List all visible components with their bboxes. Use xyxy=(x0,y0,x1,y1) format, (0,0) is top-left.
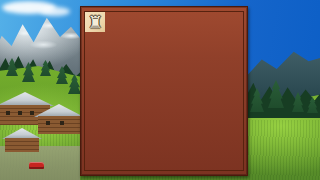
white-rook-h1[interactable]: ♜ xyxy=(87,12,102,32)
cloud xyxy=(40,7,70,16)
thumbnail-scene: ♜♝♚♝♜♟♟♟♟♟♟♞♟♞♟♟♟♛♝♝♞♟♟♟♟♟♟♜♞♛♚♜ xyxy=(0,0,320,180)
square-h1[interactable]: ♜ xyxy=(85,12,105,32)
chalet-wall xyxy=(5,138,39,152)
chalet-window xyxy=(30,111,34,115)
red-car xyxy=(29,162,44,169)
chalet-window xyxy=(60,121,64,125)
chalet-wall xyxy=(38,116,80,134)
chess-board-frame: ♜♝♚♝♜♟♟♟♟♟♟♞♟♞♟♟♟♛♝♝♞♟♟♟♟♟♟♜♞♛♚♜ xyxy=(80,6,248,176)
chess-board[interactable]: ♜♝♚♝♜♟♟♟♟♟♟♞♟♞♟♟♟♛♝♝♞♟♟♟♟♟♟♜♞♛♚♜ xyxy=(84,11,244,171)
chalet-window xyxy=(46,121,50,125)
chalet-window xyxy=(18,111,22,115)
chalet-window xyxy=(6,111,10,115)
